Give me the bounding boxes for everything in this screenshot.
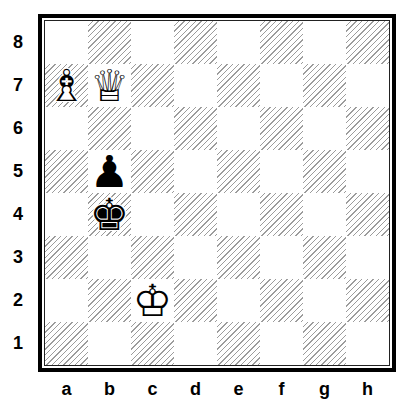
file-label-a: a (45, 375, 88, 403)
square-a5[interactable] (45, 150, 88, 193)
square-e8[interactable] (217, 21, 260, 64)
square-h8[interactable] (346, 21, 389, 64)
square-e7[interactable] (217, 64, 260, 107)
square-d1[interactable] (174, 322, 217, 365)
square-g2[interactable] (303, 279, 346, 322)
rank-label-8: 8 (4, 21, 32, 64)
black-pawn: ♟♟ (88, 150, 131, 193)
square-c4[interactable] (131, 193, 174, 236)
file-label-h: h (346, 375, 389, 403)
square-d3[interactable] (174, 236, 217, 279)
rank-label-5: 5 (4, 150, 32, 193)
square-b4[interactable]: ♚♚ (88, 193, 131, 236)
square-b3[interactable] (88, 236, 131, 279)
square-d7[interactable] (174, 64, 217, 107)
white-bishop-glyph: ♗ (45, 64, 88, 107)
black-pawn-glyph: ♟ (88, 150, 131, 193)
square-h2[interactable] (346, 279, 389, 322)
white-bishop: ♝♗ (45, 64, 88, 107)
square-g1[interactable] (303, 322, 346, 365)
file-label-e: e (217, 375, 260, 403)
square-b7[interactable]: ♛♕ (88, 64, 131, 107)
square-h3[interactable] (346, 236, 389, 279)
square-f1[interactable] (260, 322, 303, 365)
square-c3[interactable] (131, 236, 174, 279)
file-label-b: b (88, 375, 131, 403)
square-e5[interactable] (217, 150, 260, 193)
square-d2[interactable] (174, 279, 217, 322)
rank-label-1: 1 (4, 322, 32, 365)
black-king: ♚♚ (88, 193, 131, 236)
square-a4[interactable] (45, 193, 88, 236)
square-h4[interactable] (346, 193, 389, 236)
rank-label-4: 4 (4, 193, 32, 236)
file-label-f: f (260, 375, 303, 403)
square-h6[interactable] (346, 107, 389, 150)
rank-label-2: 2 (4, 279, 32, 322)
square-d5[interactable] (174, 150, 217, 193)
square-e2[interactable] (217, 279, 260, 322)
square-f4[interactable] (260, 193, 303, 236)
square-g5[interactable] (303, 150, 346, 193)
file-labels: abcdefgh (38, 375, 396, 403)
white-queen: ♛♕ (88, 64, 131, 107)
square-b1[interactable] (88, 322, 131, 365)
square-c2[interactable]: ♚♔ (131, 279, 174, 322)
chess-board: ♝♗♛♕♟♟♚♚♚♔ (38, 14, 396, 372)
square-h1[interactable] (346, 322, 389, 365)
square-h5[interactable] (346, 150, 389, 193)
chess-diagram: ♝♗♛♕♟♟♚♚♚♔ 87654321 abcdefgh (0, 0, 420, 407)
black-king-glyph: ♚ (88, 193, 131, 236)
rank-label-7: 7 (4, 64, 32, 107)
white-king: ♚♔ (131, 279, 174, 322)
square-b5[interactable]: ♟♟ (88, 150, 131, 193)
square-d8[interactable] (174, 21, 217, 64)
square-h7[interactable] (346, 64, 389, 107)
square-d6[interactable] (174, 107, 217, 150)
square-a3[interactable] (45, 236, 88, 279)
board-inner-border: ♝♗♛♕♟♟♚♚♚♔ (44, 20, 390, 366)
square-f7[interactable] (260, 64, 303, 107)
square-f6[interactable] (260, 107, 303, 150)
square-c5[interactable] (131, 150, 174, 193)
square-c1[interactable] (131, 322, 174, 365)
square-e6[interactable] (217, 107, 260, 150)
square-a1[interactable] (45, 322, 88, 365)
square-b2[interactable] (88, 279, 131, 322)
file-label-g: g (303, 375, 346, 403)
square-g7[interactable] (303, 64, 346, 107)
square-b6[interactable] (88, 107, 131, 150)
square-a7[interactable]: ♝♗ (45, 64, 88, 107)
square-c8[interactable] (131, 21, 174, 64)
square-a6[interactable] (45, 107, 88, 150)
rank-label-6: 6 (4, 107, 32, 150)
square-e3[interactable] (217, 236, 260, 279)
rank-label-3: 3 (4, 236, 32, 279)
square-g4[interactable] (303, 193, 346, 236)
white-queen-glyph: ♕ (88, 64, 131, 107)
square-f2[interactable] (260, 279, 303, 322)
file-label-d: d (174, 375, 217, 403)
square-d4[interactable] (174, 193, 217, 236)
square-g6[interactable] (303, 107, 346, 150)
file-label-c: c (131, 375, 174, 403)
square-b8[interactable] (88, 21, 131, 64)
square-a2[interactable] (45, 279, 88, 322)
square-g8[interactable] (303, 21, 346, 64)
square-e1[interactable] (217, 322, 260, 365)
white-king-glyph: ♔ (131, 279, 174, 322)
board-grid: ♝♗♛♕♟♟♚♚♚♔ (45, 21, 389, 365)
square-c7[interactable] (131, 64, 174, 107)
square-f3[interactable] (260, 236, 303, 279)
square-e4[interactable] (217, 193, 260, 236)
square-c6[interactable] (131, 107, 174, 150)
square-a8[interactable] (45, 21, 88, 64)
square-g3[interactable] (303, 236, 346, 279)
square-f5[interactable] (260, 150, 303, 193)
square-f8[interactable] (260, 21, 303, 64)
